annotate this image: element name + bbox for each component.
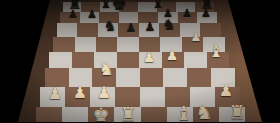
white-bishop-h4[interactable]: ♝ (208, 43, 223, 60)
square-h6[interactable] (200, 23, 220, 36)
white-pawn-b2[interactable]: ♟ (73, 85, 87, 101)
square-b4[interactable] (72, 52, 95, 69)
square-e2[interactable] (140, 87, 165, 107)
board-row-rank-7 (60, 12, 217, 24)
white-rook-d1[interactable]: ♜ (119, 105, 136, 123)
white-bishop-f1[interactable]: ♝ (175, 104, 192, 123)
white-rook-h1[interactable]: ♜ (228, 103, 245, 122)
chess-3d-scene: ♜♝♚♝♜♟♟♟♟♟♞♟♟♞♟♝♟♟♞♟♟♟♟♚♜♝♞♜ (0, 0, 280, 122)
square-d5[interactable] (117, 37, 138, 52)
square-b6[interactable] (77, 23, 97, 36)
board-row-rank-1 (36, 107, 246, 122)
white-knight-g1[interactable]: ♞ (195, 102, 213, 122)
square-a1[interactable] (36, 107, 62, 122)
square-c5[interactable] (96, 37, 117, 52)
white-pawn-a2[interactable]: ♟ (48, 86, 62, 102)
square-b1[interactable] (62, 107, 88, 122)
black-knight-c6[interactable]: ♞ (104, 19, 117, 33)
black-pawn-h7[interactable]: ♟ (201, 8, 211, 19)
square-d4[interactable] (117, 52, 140, 69)
black-pawn-a7[interactable]: ♟ (68, 9, 78, 20)
black-pawn-d6[interactable]: ♟ (126, 22, 137, 34)
square-a6[interactable] (57, 23, 77, 36)
black-pawn-e6[interactable]: ♟ (145, 21, 156, 33)
square-e1[interactable] (141, 107, 167, 122)
chess-board[interactable]: ♜♝♚♝♜♟♟♟♟♟♞♟♟♞♟♝♟♟♞♟♟♟♟♚♜♝♞♜ (0, 0, 280, 122)
white-pawn-c2[interactable]: ♟ (97, 85, 111, 101)
black-pawn-g7[interactable]: ♟ (182, 8, 192, 19)
white-knight-c3[interactable]: ♞ (98, 61, 113, 78)
white-pawn-h2[interactable]: ♟ (219, 83, 233, 99)
square-f3[interactable] (163, 68, 187, 86)
square-a5[interactable] (53, 37, 74, 52)
black-king-d8[interactable]: ♚ (111, 0, 126, 13)
board-row-rank-4 (49, 52, 229, 69)
square-d3[interactable] (116, 68, 140, 86)
white-pawn-e4[interactable]: ♟ (143, 50, 156, 64)
square-g3[interactable] (187, 68, 211, 86)
square-e3[interactable] (140, 68, 164, 86)
black-pawn-b7[interactable]: ♟ (87, 9, 97, 20)
square-g4[interactable] (184, 52, 207, 69)
white-king-c1[interactable]: ♚ (92, 105, 109, 123)
square-a4[interactable] (49, 52, 72, 69)
black-knight-f6[interactable]: ♞ (162, 18, 175, 33)
square-b5[interactable] (75, 37, 96, 52)
white-pawn-g5[interactable]: ♟ (191, 31, 202, 43)
white-pawn-f4[interactable]: ♟ (166, 48, 179, 62)
